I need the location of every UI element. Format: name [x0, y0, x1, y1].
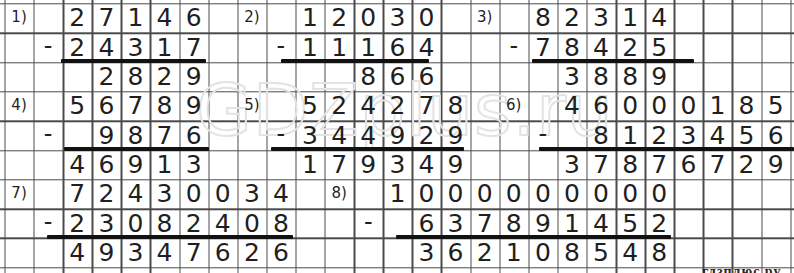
- subtrahend-digit: 5: [616, 208, 645, 237]
- difference-digit: 1: [296, 150, 325, 179]
- difference-digit: 8: [616, 62, 645, 91]
- minuend-digit: 0: [354, 3, 383, 32]
- subtrahend-digit: 4: [208, 208, 237, 237]
- minuend-digit: 2: [92, 179, 121, 208]
- minuend-digit: 0: [499, 179, 528, 208]
- subtrahend-digit: 5: [732, 121, 761, 150]
- subtrahend-digit: 4: [587, 33, 616, 62]
- subtrahend-digit: 7: [179, 33, 208, 62]
- difference-digit: 2: [732, 150, 761, 179]
- difference-digit: 6: [674, 150, 703, 179]
- difference-digit: 2: [92, 62, 121, 91]
- difference-digit: 0: [528, 238, 557, 267]
- minuend-digit: 5: [761, 91, 790, 120]
- minuend-digit: 1: [383, 179, 412, 208]
- subtrahend-digit: 1: [354, 33, 383, 62]
- subtrahend-digit: 2: [63, 33, 92, 62]
- minuend-digit: 5: [296, 91, 325, 120]
- difference-digit: 2: [237, 238, 266, 267]
- problem-label: 4): [5, 91, 34, 120]
- difference-digit: 9: [645, 62, 674, 91]
- difference-digit: 9: [121, 150, 150, 179]
- difference-digit: 4: [63, 150, 92, 179]
- minuend-digit: 1: [616, 3, 645, 32]
- minuend-digit: 8: [441, 91, 470, 120]
- subtrahend-digit: 1: [150, 33, 179, 62]
- difference-underline: [532, 59, 694, 63]
- problem-label: 7): [5, 179, 34, 208]
- difference-digit: 9: [179, 62, 208, 91]
- difference-underline: [281, 59, 429, 63]
- subtrahend-digit: 8: [121, 121, 150, 150]
- difference-digit: 8: [645, 238, 674, 267]
- subtrahend-digit: 9: [441, 121, 470, 150]
- difference-digit: 6: [441, 238, 470, 267]
- minuend-digit: 1: [121, 3, 150, 32]
- difference-digit: 8: [121, 62, 150, 91]
- difference-digit: 1: [150, 150, 179, 179]
- subtrahend-digit: 2: [616, 33, 645, 62]
- difference-digit: 3: [121, 238, 150, 267]
- subtrahend-digit: 6: [412, 208, 441, 237]
- difference-digit: 6: [383, 62, 412, 91]
- minuend-digit: 0: [674, 91, 703, 120]
- difference-digit: 6: [92, 150, 121, 179]
- minuend-digit: 4: [645, 3, 674, 32]
- minus-sign: -: [34, 121, 63, 150]
- worksheet-grid-paper: GDZplus.ru 1)27146-2431728292)12030-1116…: [0, 0, 794, 273]
- difference-underline: [396, 235, 671, 239]
- minus-sign: -: [499, 33, 528, 62]
- minuend-digit: 0: [208, 179, 237, 208]
- minuend-digit: 2: [325, 3, 354, 32]
- subtrahend-digit: 1: [296, 33, 325, 62]
- difference-digit: 5: [587, 238, 616, 267]
- subtrahend-digit: 0: [237, 208, 266, 237]
- subtrahend-digit: 3: [441, 208, 470, 237]
- subtrahend-digit: 4: [412, 33, 441, 62]
- problem-label: 8): [325, 179, 354, 208]
- difference-digit: 3: [179, 150, 208, 179]
- problem-label: 5): [237, 91, 266, 120]
- subtrahend-digit: 2: [645, 208, 674, 237]
- difference-digit: 7: [325, 150, 354, 179]
- subtrahend-digit: 3: [296, 121, 325, 150]
- minuend-digit: 4: [354, 91, 383, 120]
- subtrahend-digit: 8: [150, 208, 179, 237]
- difference-digit: 3: [557, 62, 586, 91]
- difference-digit: 6: [208, 238, 237, 267]
- subtrahend-digit: 5: [645, 33, 674, 62]
- subtrahend-digit: 6: [179, 121, 208, 150]
- difference-digit: 9: [761, 150, 790, 179]
- problem-label: 3): [470, 3, 499, 32]
- difference-digit: 9: [354, 150, 383, 179]
- subtrahend-digit: 2: [412, 121, 441, 150]
- minuend-digit: 2: [63, 3, 92, 32]
- minus-sign: -: [266, 33, 295, 62]
- minus-sign: -: [34, 33, 63, 62]
- minuend-digit: 0: [557, 179, 586, 208]
- minuend-digit: 2: [325, 91, 354, 120]
- minuend-digit: 3: [383, 3, 412, 32]
- difference-underline: [64, 147, 209, 151]
- subtrahend-digit: 6: [761, 121, 790, 150]
- subtrahend-digit: 0: [121, 208, 150, 237]
- minuend-digit: 0: [528, 179, 557, 208]
- minuend-digit: 0: [412, 3, 441, 32]
- difference-digit: 6: [412, 62, 441, 91]
- minuend-digit: 7: [92, 3, 121, 32]
- minuend-digit: 0: [645, 179, 674, 208]
- subtrahend-digit: 6: [383, 33, 412, 62]
- difference-underline: [271, 147, 464, 151]
- difference-underline: [47, 235, 293, 239]
- minuend-digit: 0: [412, 179, 441, 208]
- subtrahend-digit: 2: [179, 208, 208, 237]
- difference-digit: 8: [354, 62, 383, 91]
- difference-digit: 3: [383, 150, 412, 179]
- minuend-digit: 2: [383, 91, 412, 120]
- subtrahend-digit: 8: [266, 208, 295, 237]
- subtrahend-digit: 9: [528, 208, 557, 237]
- minuend-digit: 4: [266, 179, 295, 208]
- subtrahend-digit: 4: [92, 33, 121, 62]
- subtrahend-digit: 4: [354, 121, 383, 150]
- subtrahend-digit: 3: [92, 208, 121, 237]
- difference-digit: 4: [412, 150, 441, 179]
- minus-sign: -: [34, 208, 63, 237]
- problem-label: 2): [237, 3, 266, 32]
- difference-underline: [539, 147, 794, 151]
- minuend-digit: 6: [92, 91, 121, 120]
- minuend-digit: 8: [528, 3, 557, 32]
- subtrahend-digit: 4: [703, 121, 732, 150]
- minus-sign: -: [266, 121, 295, 150]
- minuend-digit: 7: [412, 91, 441, 120]
- minuend-digit: 2: [557, 3, 586, 32]
- difference-digit: 4: [616, 238, 645, 267]
- subtrahend-digit: 7: [470, 208, 499, 237]
- difference-digit: 9: [441, 150, 470, 179]
- subtrahend-digit: 2: [63, 208, 92, 237]
- difference-digit: 8: [587, 62, 616, 91]
- difference-digit: 6: [266, 238, 295, 267]
- difference-digit: 7: [703, 150, 732, 179]
- subtrahend-digit: 1: [325, 33, 354, 62]
- subtrahend-digit: 9: [383, 121, 412, 150]
- cells-layer: 1)27146-2431728292)12030-111648663)82314…: [0, 0, 794, 273]
- minuend-digit: 6: [179, 3, 208, 32]
- subtrahend-digit: 1: [557, 208, 586, 237]
- minuend-digit: 0: [645, 91, 674, 120]
- minuend-digit: 3: [150, 179, 179, 208]
- subtrahend-digit: 4: [325, 121, 354, 150]
- minuend-digit: 8: [732, 91, 761, 120]
- difference-digit: 7: [587, 150, 616, 179]
- minuend-digit: 4: [557, 91, 586, 120]
- difference-digit: 4: [150, 238, 179, 267]
- difference-digit: 4: [63, 238, 92, 267]
- difference-digit: 9: [92, 238, 121, 267]
- problem-label: 1): [5, 3, 34, 32]
- minus-sign: -: [528, 121, 557, 150]
- subtrahend-digit: 7: [150, 121, 179, 150]
- minuend-digit: 0: [616, 179, 645, 208]
- footer-stamp: гдзплюс ру: [702, 264, 781, 273]
- difference-digit: 8: [557, 238, 586, 267]
- minuend-digit: 3: [237, 179, 266, 208]
- minuend-digit: 4: [121, 179, 150, 208]
- minuend-digit: 0: [441, 179, 470, 208]
- minuend-digit: 0: [616, 91, 645, 120]
- minuend-digit: 7: [63, 179, 92, 208]
- difference-digit: 2: [470, 238, 499, 267]
- difference-digit: 1: [499, 238, 528, 267]
- subtrahend-digit: 1: [616, 121, 645, 150]
- difference-digit: 3: [412, 238, 441, 267]
- difference-digit: 7: [179, 238, 208, 267]
- subtrahend-digit: 7: [528, 33, 557, 62]
- minuend-digit: 0: [179, 179, 208, 208]
- minuend-digit: 1: [296, 3, 325, 32]
- minuend-digit: 6: [587, 91, 616, 120]
- minuend-digit: 9: [179, 91, 208, 120]
- difference-underline: [61, 59, 206, 63]
- minuend-digit: 1: [703, 91, 732, 120]
- subtrahend-digit: 8: [557, 33, 586, 62]
- subtrahend-digit: 9: [92, 121, 121, 150]
- minuend-digit: 8: [150, 91, 179, 120]
- subtrahend-digit: 3: [121, 33, 150, 62]
- minuend-digit: 7: [121, 91, 150, 120]
- difference-digit: 2: [150, 62, 179, 91]
- problem-label: 6): [499, 91, 528, 120]
- minuend-digit: 4: [150, 3, 179, 32]
- subtrahend-digit: 2: [645, 121, 674, 150]
- minuend-digit: 5: [63, 91, 92, 120]
- difference-digit: 8: [616, 150, 645, 179]
- minuend-digit: 0: [587, 179, 616, 208]
- difference-digit: 7: [645, 150, 674, 179]
- subtrahend-digit: 3: [674, 121, 703, 150]
- subtrahend-digit: 4: [587, 208, 616, 237]
- difference-digit: 3: [557, 150, 586, 179]
- minuend-digit: 3: [587, 3, 616, 32]
- minus-sign: -: [354, 208, 383, 237]
- subtrahend-digit: 8: [499, 208, 528, 237]
- minuend-digit: 0: [470, 179, 499, 208]
- subtrahend-digit: 8: [587, 121, 616, 150]
